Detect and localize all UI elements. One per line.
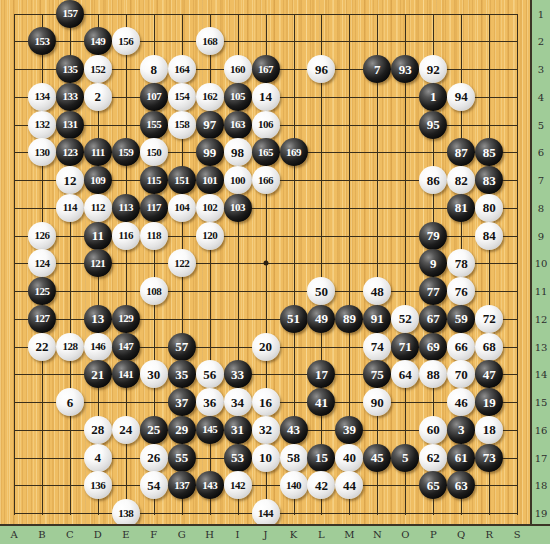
stone-move-number: 60 — [427, 423, 440, 436]
stone-56-H14[interactable]: 56 — [196, 360, 224, 388]
stone-127-B12[interactable]: 127 — [28, 305, 56, 333]
column-label-F: F — [150, 529, 157, 540]
stone-41-L15[interactable]: 41 — [307, 388, 335, 416]
stone-move-number: 56 — [203, 368, 216, 381]
stone-move-number: 86 — [427, 174, 440, 187]
stone-move-number: 165 — [258, 147, 273, 158]
row-label-2: 2 — [532, 36, 550, 47]
stone-move-number: 96 — [315, 63, 328, 76]
stone-29-G16[interactable]: 29 — [168, 416, 196, 444]
stone-move-number: 59 — [455, 312, 468, 325]
stone-move-number: 17 — [315, 368, 328, 381]
stone-53-I17[interactable]: 53 — [224, 444, 252, 472]
stone-63-Q18[interactable]: 63 — [447, 471, 475, 499]
row-label-7: 7 — [532, 175, 550, 186]
column-label-R: R — [485, 529, 493, 540]
stone-149-D2[interactable]: 149 — [84, 27, 112, 55]
stone-86-P7[interactable]: 86 — [419, 166, 447, 194]
stone-43-K16[interactable]: 43 — [280, 416, 308, 444]
stone-169-K6[interactable]: 169 — [280, 138, 308, 166]
stone-164-G3[interactable]: 164 — [168, 55, 196, 83]
column-label-L: L — [318, 529, 325, 540]
stone-72-R12[interactable]: 72 — [475, 305, 503, 333]
stone-108-F11[interactable]: 108 — [140, 277, 168, 305]
go-board[interactable]: 1571531491561681351528164160167967939213… — [0, 0, 530, 524]
stone-move-number: 169 — [286, 147, 301, 158]
stone-move-number: 30 — [147, 368, 160, 381]
stone-move-number: 64 — [399, 368, 412, 381]
stone-70-Q14[interactable]: 70 — [447, 360, 475, 388]
stone-52-O12[interactable]: 52 — [391, 305, 419, 333]
column-label-E: E — [122, 529, 129, 540]
stone-move-number: 136 — [90, 480, 105, 491]
stone-138-E19[interactable]: 138 — [112, 499, 140, 527]
stone-move-number: 89 — [343, 312, 356, 325]
stone-158-G5[interactable]: 158 — [168, 111, 196, 139]
stone-34-I15[interactable]: 34 — [224, 388, 252, 416]
stone-103-I8[interactable]: 103 — [224, 194, 252, 222]
stone-move-number: 10 — [259, 451, 272, 464]
row-label-11: 11 — [532, 286, 550, 297]
stone-move-number: 24 — [119, 423, 132, 436]
column-label-G: G — [178, 529, 186, 540]
stone-156-E2[interactable]: 156 — [112, 27, 140, 55]
stone-163-I5[interactable]: 163 — [224, 111, 252, 139]
stone-move-number: 140 — [286, 480, 301, 491]
stone-80-R8[interactable]: 80 — [475, 194, 503, 222]
stone-17-L14[interactable]: 17 — [307, 360, 335, 388]
stone-141-E14[interactable]: 141 — [112, 360, 140, 388]
stone-74-N13[interactable]: 74 — [363, 333, 391, 361]
stone-move-number: 81 — [455, 201, 468, 214]
stone-125-B11[interactable]: 125 — [28, 277, 56, 305]
stone-75-N14[interactable]: 75 — [363, 360, 391, 388]
stone-82-Q7[interactable]: 82 — [447, 166, 475, 194]
grid-line-vertical — [517, 14, 518, 515]
stone-move-number: 13 — [91, 312, 104, 325]
stone-102-H8[interactable]: 102 — [196, 194, 224, 222]
stone-67-P12[interactable]: 67 — [419, 305, 447, 333]
stone-12-C7[interactable]: 12 — [56, 166, 84, 194]
stone-move-number: 26 — [147, 451, 160, 464]
stone-58-K17[interactable]: 58 — [280, 444, 308, 472]
stone-165-J6[interactable]: 165 — [252, 138, 280, 166]
stone-move-number: 133 — [62, 91, 77, 102]
stone-move-number: 12 — [63, 174, 76, 187]
stone-move-number: 102 — [202, 202, 217, 213]
stone-94-Q4[interactable]: 94 — [447, 83, 475, 111]
stone-134-B4[interactable]: 134 — [28, 83, 56, 111]
stone-123-C6[interactable]: 123 — [56, 138, 84, 166]
stone-22-B13[interactable]: 22 — [28, 333, 56, 361]
stone-move-number: 74 — [371, 340, 384, 353]
stone-move-number: 127 — [34, 313, 49, 324]
stone-19-R15[interactable]: 19 — [475, 388, 503, 416]
stone-move-number: 78 — [455, 257, 468, 270]
stone-93-O3[interactable]: 93 — [391, 55, 419, 83]
stone-45-N17[interactable]: 45 — [363, 444, 391, 472]
stone-101-H7[interactable]: 101 — [196, 166, 224, 194]
stone-157-C1[interactable]: 157 — [56, 0, 84, 28]
stone-44-M18[interactable]: 44 — [335, 471, 363, 499]
stone-move-number: 7 — [374, 63, 381, 76]
stone-121-D10[interactable]: 121 — [84, 249, 112, 277]
stone-move-number: 97 — [203, 118, 216, 131]
column-label-A: A — [10, 529, 17, 540]
stone-move-number: 121 — [90, 258, 105, 269]
stone-95-P5[interactable]: 95 — [419, 111, 447, 139]
stone-26-F17[interactable]: 26 — [140, 444, 168, 472]
stone-move-number: 48 — [371, 285, 384, 298]
stone-move-number: 57 — [175, 340, 188, 353]
stone-move-number: 164 — [174, 64, 189, 75]
stone-152-D3[interactable]: 152 — [84, 55, 112, 83]
stone-move-number: 142 — [230, 480, 245, 491]
stone-move-number: 21 — [91, 368, 104, 381]
stone-128-C13[interactable]: 128 — [56, 333, 84, 361]
stone-move-number: 25 — [147, 423, 160, 436]
stone-move-number: 50 — [315, 285, 328, 298]
stone-5-O17[interactable]: 5 — [391, 444, 419, 472]
stone-21-D14[interactable]: 21 — [84, 360, 112, 388]
stone-20-J13[interactable]: 20 — [252, 333, 280, 361]
stone-move-number: 108 — [146, 286, 161, 297]
stone-move-number: 143 — [202, 480, 217, 491]
stone-130-B6[interactable]: 130 — [28, 138, 56, 166]
stone-move-number: 134 — [34, 91, 49, 102]
stone-83-R7[interactable]: 83 — [475, 166, 503, 194]
stone-145-H16[interactable]: 145 — [196, 416, 224, 444]
stone-49-L12[interactable]: 49 — [307, 305, 335, 333]
stone-47-R14[interactable]: 47 — [475, 360, 503, 388]
stone-move-number: 128 — [62, 341, 77, 352]
stone-32-J16[interactable]: 32 — [252, 416, 280, 444]
stone-92-P3[interactable]: 92 — [419, 55, 447, 83]
grid-line-vertical — [377, 14, 378, 515]
stone-64-O14[interactable]: 64 — [391, 360, 419, 388]
stone-move-number: 153 — [34, 36, 49, 47]
stone-79-P9[interactable]: 79 — [419, 222, 447, 250]
stone-117-F8[interactable]: 117 — [140, 194, 168, 222]
stone-71-O13[interactable]: 71 — [391, 333, 419, 361]
stone-116-E9[interactable]: 116 — [112, 222, 140, 250]
stone-move-number: 95 — [427, 118, 440, 131]
grid-line-vertical — [321, 14, 322, 515]
stone-144-J19[interactable]: 144 — [252, 499, 280, 527]
go-diagram: 1571531491561681351528164160167967939213… — [0, 0, 550, 544]
stone-155-F5[interactable]: 155 — [140, 111, 168, 139]
stone-move-number: 14 — [259, 90, 272, 103]
stone-move-number: 125 — [34, 286, 49, 297]
stone-11-D9[interactable]: 11 — [84, 222, 112, 250]
stone-65-P18[interactable]: 65 — [419, 471, 447, 499]
stone-122-G10[interactable]: 122 — [168, 249, 196, 277]
row-label-5: 5 — [532, 119, 550, 130]
stone-100-I7[interactable]: 100 — [224, 166, 252, 194]
stone-move-number: 44 — [343, 479, 356, 492]
stone-move-number: 43 — [287, 423, 300, 436]
stone-move-number: 53 — [231, 451, 244, 464]
stone-move-number: 113 — [119, 202, 133, 213]
stone-move-number: 167 — [258, 64, 273, 75]
stone-115-F7[interactable]: 115 — [140, 166, 168, 194]
stone-55-G17[interactable]: 55 — [168, 444, 196, 472]
stone-move-number: 106 — [258, 119, 273, 130]
stone-move-number: 73 — [483, 451, 496, 464]
stone-move-number: 9 — [430, 257, 437, 270]
stone-62-P17[interactable]: 62 — [419, 444, 447, 472]
stone-73-R17[interactable]: 73 — [475, 444, 503, 472]
row-label-12: 12 — [532, 313, 550, 324]
stone-137-G18[interactable]: 137 — [168, 471, 196, 499]
stone-move-number: 68 — [483, 340, 496, 353]
stone-153-B2[interactable]: 153 — [28, 27, 56, 55]
stone-move-number: 84 — [483, 229, 496, 242]
stone-move-number: 19 — [483, 396, 496, 409]
stone-109-D7[interactable]: 109 — [84, 166, 112, 194]
stone-168-H2[interactable]: 168 — [196, 27, 224, 55]
stone-move-number: 66 — [455, 340, 468, 353]
stone-105-I4[interactable]: 105 — [224, 83, 252, 111]
stone-48-N11[interactable]: 48 — [363, 277, 391, 305]
stone-69-P13[interactable]: 69 — [419, 333, 447, 361]
stone-1-P4[interactable]: 1 — [419, 83, 447, 111]
stone-7-N3[interactable]: 7 — [363, 55, 391, 83]
stone-97-H5[interactable]: 97 — [196, 111, 224, 139]
row-label-1: 1 — [532, 8, 550, 19]
stone-move-number: 75 — [371, 368, 384, 381]
stone-146-D13[interactable]: 146 — [84, 333, 112, 361]
stone-57-G13[interactable]: 57 — [168, 333, 196, 361]
stone-move-number: 149 — [90, 36, 105, 47]
stone-162-H4[interactable]: 162 — [196, 83, 224, 111]
stone-147-E13[interactable]: 147 — [112, 333, 140, 361]
stone-114-C8[interactable]: 114 — [56, 194, 84, 222]
stone-move-number: 58 — [287, 451, 300, 464]
stone-move-number: 29 — [175, 423, 188, 436]
stone-126-B9[interactable]: 126 — [28, 222, 56, 250]
stone-move-number: 156 — [118, 36, 133, 47]
stone-move-number: 98 — [231, 146, 244, 159]
stone-136-D18[interactable]: 136 — [84, 471, 112, 499]
stone-move-number: 117 — [147, 202, 161, 213]
stone-99-H6[interactable]: 99 — [196, 138, 224, 166]
row-label-4: 4 — [532, 91, 550, 102]
stone-18-R16[interactable]: 18 — [475, 416, 503, 444]
stone-81-Q8[interactable]: 81 — [447, 194, 475, 222]
row-label-6: 6 — [532, 147, 550, 158]
stone-96-L3[interactable]: 96 — [307, 55, 335, 83]
stone-78-Q10[interactable]: 78 — [447, 249, 475, 277]
stone-14-J4[interactable]: 14 — [252, 83, 280, 111]
stone-move-number: 104 — [174, 202, 189, 213]
stone-move-number: 33 — [231, 368, 244, 381]
stone-89-M12[interactable]: 89 — [335, 305, 363, 333]
stone-61-Q17[interactable]: 61 — [447, 444, 475, 472]
stone-51-K12[interactable]: 51 — [280, 305, 308, 333]
stone-move-number: 11 — [92, 229, 104, 242]
stone-40-M17[interactable]: 40 — [335, 444, 363, 472]
stone-2-D4[interactable]: 2 — [84, 83, 112, 111]
stone-move-number: 168 — [202, 36, 217, 47]
stone-129-E12[interactable]: 129 — [112, 305, 140, 333]
stone-68-R13[interactable]: 68 — [475, 333, 503, 361]
stone-46-Q15[interactable]: 46 — [447, 388, 475, 416]
stone-28-D16[interactable]: 28 — [84, 416, 112, 444]
stone-35-G14[interactable]: 35 — [168, 360, 196, 388]
stone-15-L17[interactable]: 15 — [307, 444, 335, 472]
stone-move-number: 135 — [62, 64, 77, 75]
stone-move-number: 76 — [455, 285, 468, 298]
stone-42-L18[interactable]: 42 — [307, 471, 335, 499]
row-label-18: 18 — [532, 480, 550, 491]
stone-33-I14[interactable]: 33 — [224, 360, 252, 388]
stone-move-number: 52 — [399, 312, 412, 325]
stone-132-B5[interactable]: 132 — [28, 111, 56, 139]
stone-move-number: 107 — [146, 91, 161, 102]
stone-9-P10[interactable]: 9 — [419, 249, 447, 277]
stone-move-number: 126 — [34, 230, 49, 241]
stone-move-number: 51 — [287, 312, 300, 325]
stone-move-number: 69 — [427, 340, 440, 353]
stone-159-E6[interactable]: 159 — [112, 138, 140, 166]
stone-24-E16[interactable]: 24 — [112, 416, 140, 444]
stone-39-M16[interactable]: 39 — [335, 416, 363, 444]
stone-112-D8[interactable]: 112 — [84, 194, 112, 222]
stone-move-number: 138 — [118, 508, 133, 519]
stone-6-C15[interactable]: 6 — [56, 388, 84, 416]
stone-91-N12[interactable]: 91 — [363, 305, 391, 333]
column-label-N: N — [373, 529, 382, 540]
stone-160-I3[interactable]: 160 — [224, 55, 252, 83]
column-label-H: H — [205, 529, 214, 540]
column-coordinate-strip: ABCDEFGHIJKLMNOPQRS — [0, 524, 550, 544]
column-label-Q: Q — [457, 529, 465, 540]
stone-113-E8[interactable]: 113 — [112, 194, 140, 222]
stone-move-number: 62 — [427, 451, 440, 464]
stone-move-number: 130 — [34, 147, 49, 158]
stone-move-number: 72 — [483, 312, 496, 325]
stone-104-G8[interactable]: 104 — [168, 194, 196, 222]
stone-36-H15[interactable]: 36 — [196, 388, 224, 416]
stone-move-number: 70 — [455, 368, 468, 381]
stone-move-number: 39 — [343, 423, 356, 436]
stone-154-G4[interactable]: 154 — [168, 83, 196, 111]
stone-move-number: 61 — [455, 451, 468, 464]
stone-118-F9[interactable]: 118 — [140, 222, 168, 250]
stone-move-number: 28 — [91, 423, 104, 436]
stone-move-number: 120 — [202, 230, 217, 241]
stone-77-P11[interactable]: 77 — [419, 277, 447, 305]
stone-move-number: 118 — [147, 230, 161, 241]
stone-88-P14[interactable]: 88 — [419, 360, 447, 388]
stone-142-I18[interactable]: 142 — [224, 471, 252, 499]
stone-111-D6[interactable]: 111 — [84, 138, 112, 166]
stone-move-number: 91 — [371, 312, 384, 325]
stone-90-N15[interactable]: 90 — [363, 388, 391, 416]
stone-move-number: 162 — [202, 91, 217, 102]
stone-move-number: 6 — [67, 396, 74, 409]
stone-131-C5[interactable]: 131 — [56, 111, 84, 139]
row-label-3: 3 — [532, 64, 550, 75]
stone-151-G7[interactable]: 151 — [168, 166, 196, 194]
stone-167-J3[interactable]: 167 — [252, 55, 280, 83]
stone-move-number: 103 — [230, 202, 245, 213]
stone-107-F4[interactable]: 107 — [140, 83, 168, 111]
stone-50-L11[interactable]: 50 — [307, 277, 335, 305]
stone-move-number: 131 — [62, 119, 77, 130]
stone-move-number: 137 — [174, 480, 189, 491]
stone-150-F6[interactable]: 150 — [140, 138, 168, 166]
stone-76-Q11[interactable]: 76 — [447, 277, 475, 305]
column-label-C: C — [66, 529, 74, 540]
row-label-16: 16 — [532, 424, 550, 435]
stone-124-B10[interactable]: 124 — [28, 249, 56, 277]
stone-140-K18[interactable]: 140 — [280, 471, 308, 499]
stone-54-F18[interactable]: 54 — [140, 471, 168, 499]
stone-166-J7[interactable]: 166 — [252, 166, 280, 194]
row-label-19: 19 — [532, 508, 550, 519]
stone-120-H9[interactable]: 120 — [196, 222, 224, 250]
column-label-S: S — [514, 529, 521, 540]
stone-move-number: 105 — [230, 91, 245, 102]
stone-move-number: 36 — [203, 396, 216, 409]
row-label-14: 14 — [532, 369, 550, 380]
stone-59-Q12[interactable]: 59 — [447, 305, 475, 333]
stone-move-number: 116 — [119, 230, 133, 241]
stone-move-number: 8 — [151, 63, 158, 76]
stone-move-number: 37 — [175, 396, 188, 409]
stone-move-number: 49 — [315, 312, 328, 325]
stone-87-Q6[interactable]: 87 — [447, 138, 475, 166]
stone-move-number: 41 — [315, 396, 328, 409]
stone-move-number: 71 — [399, 340, 412, 353]
stone-133-C4[interactable]: 133 — [56, 83, 84, 111]
stone-85-R6[interactable]: 85 — [475, 138, 503, 166]
stone-move-number: 5 — [402, 451, 409, 464]
stone-move-number: 163 — [230, 119, 245, 130]
stone-13-D12[interactable]: 13 — [84, 305, 112, 333]
stone-25-F16[interactable]: 25 — [140, 416, 168, 444]
stone-3-Q16[interactable]: 3 — [447, 416, 475, 444]
stone-move-number: 101 — [202, 175, 217, 186]
stone-move-number: 100 — [230, 175, 245, 186]
stone-4-D17[interactable]: 4 — [84, 444, 112, 472]
stone-30-F14[interactable]: 30 — [140, 360, 168, 388]
stone-31-I16[interactable]: 31 — [224, 416, 252, 444]
row-label-17: 17 — [532, 452, 550, 463]
grid-line-vertical — [14, 14, 15, 515]
stone-60-P16[interactable]: 60 — [419, 416, 447, 444]
stone-143-H18[interactable]: 143 — [196, 471, 224, 499]
stone-16-J15[interactable]: 16 — [252, 388, 280, 416]
stone-10-J17[interactable]: 10 — [252, 444, 280, 472]
stone-move-number: 55 — [175, 451, 188, 464]
stone-37-G15[interactable]: 37 — [168, 388, 196, 416]
stone-move-number: 94 — [455, 90, 468, 103]
stone-move-number: 15 — [315, 451, 328, 464]
stone-66-Q13[interactable]: 66 — [447, 333, 475, 361]
stone-98-I6[interactable]: 98 — [224, 138, 252, 166]
stone-move-number: 154 — [174, 91, 189, 102]
stone-move-number: 54 — [147, 479, 160, 492]
stone-move-number: 87 — [455, 146, 468, 159]
stone-84-R9[interactable]: 84 — [475, 222, 503, 250]
stone-8-F3[interactable]: 8 — [140, 55, 168, 83]
stone-135-C3[interactable]: 135 — [56, 55, 84, 83]
grid-line-vertical — [405, 14, 406, 515]
stone-106-J5[interactable]: 106 — [252, 111, 280, 139]
